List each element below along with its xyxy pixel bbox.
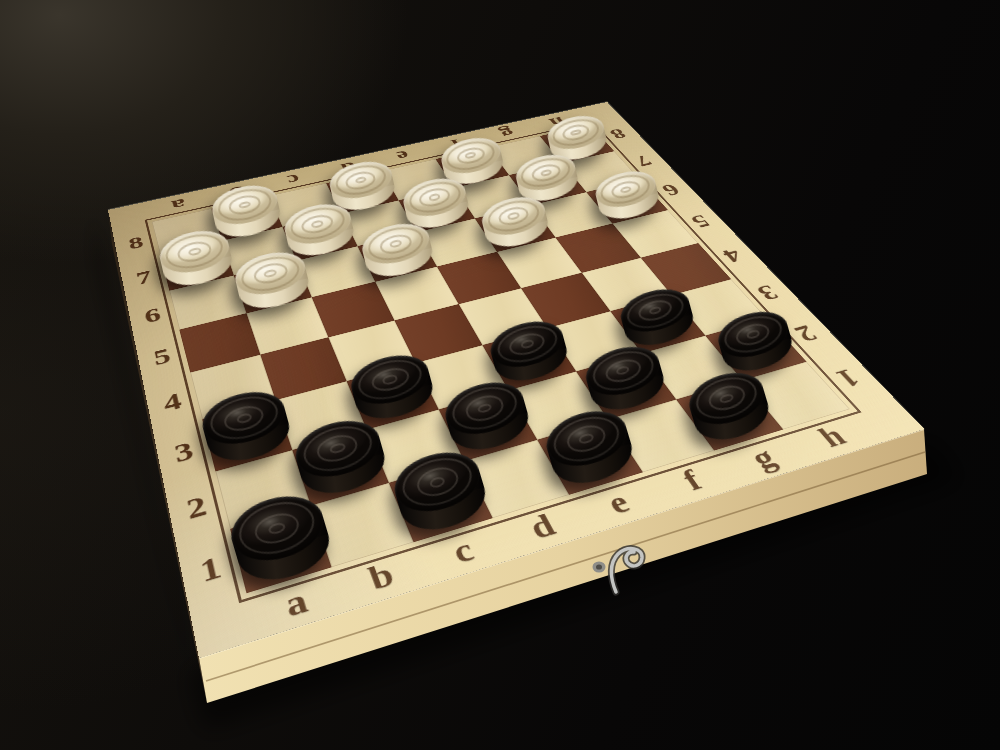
checker-ring	[648, 305, 662, 315]
checker-black-a1[interactable]	[224, 486, 337, 589]
checker-black-e1[interactable]	[540, 403, 638, 492]
pieces-layer	[0, 0, 1000, 750]
checker-white-d6[interactable]	[358, 218, 435, 282]
scene: aabbccddeeffgghh1122334455667788	[0, 0, 1000, 750]
checker-black-e3[interactable]	[485, 314, 572, 388]
checker-ring	[188, 247, 202, 257]
checker-ring	[507, 330, 547, 359]
checker-ring	[465, 152, 477, 160]
checker-ring	[746, 329, 760, 340]
checker-white-f6[interactable]	[478, 191, 551, 252]
checker-ring	[354, 176, 366, 185]
checker-ring	[463, 392, 506, 425]
checker-ring	[251, 508, 302, 548]
checker-ring	[264, 268, 278, 278]
checker-ring	[382, 374, 398, 386]
checker-ring	[455, 145, 486, 167]
checker-ring	[477, 402, 493, 414]
checker-ring	[228, 193, 263, 217]
checker-ring	[570, 129, 581, 137]
checker-white-a7[interactable]	[156, 225, 236, 291]
checker-ring	[428, 475, 446, 489]
checker-ring	[619, 185, 631, 193]
checker-ring	[734, 320, 772, 349]
checker-black-f2[interactable]	[581, 339, 670, 417]
checker-ring	[530, 161, 562, 183]
checker-ring	[496, 204, 530, 228]
checker-black-d2[interactable]	[440, 374, 535, 458]
checker-ring	[616, 365, 631, 376]
checker-black-g1[interactable]	[683, 365, 774, 448]
checker-ring	[429, 193, 442, 202]
checker-ring	[377, 231, 413, 256]
checker-ring	[236, 412, 253, 424]
checker-ring	[578, 432, 595, 445]
checker-black-c1[interactable]	[387, 443, 492, 539]
checker-ring	[413, 463, 461, 500]
checker-white-b6[interactable]	[231, 246, 313, 314]
checker-ring	[267, 520, 286, 535]
checker-ring	[507, 212, 520, 221]
checker-ring	[176, 239, 213, 265]
checker-ring	[314, 431, 360, 466]
checker-ring	[706, 382, 748, 414]
checker-white-h6[interactable]	[592, 166, 662, 224]
checker-black-g3[interactable]	[616, 282, 697, 351]
checker-ring	[329, 442, 346, 455]
checker-ring	[609, 178, 641, 200]
checker-ring	[540, 168, 552, 176]
checker-ring	[418, 186, 451, 209]
checker-ring	[222, 402, 267, 435]
checker-ring	[388, 239, 401, 248]
checker-ring	[519, 339, 534, 350]
checker-ring	[300, 212, 335, 236]
checker-black-a3[interactable]	[197, 384, 295, 469]
checker-ring	[560, 122, 590, 143]
checker-ring	[637, 297, 674, 324]
checker-ring	[252, 260, 290, 286]
checker-ring	[603, 355, 644, 385]
checker-ring	[719, 392, 735, 404]
checker-ring	[311, 219, 324, 228]
checker-ring	[344, 169, 377, 192]
checker-ring	[369, 365, 411, 396]
checker-ring	[564, 421, 609, 456]
checker-ring	[239, 201, 252, 210]
